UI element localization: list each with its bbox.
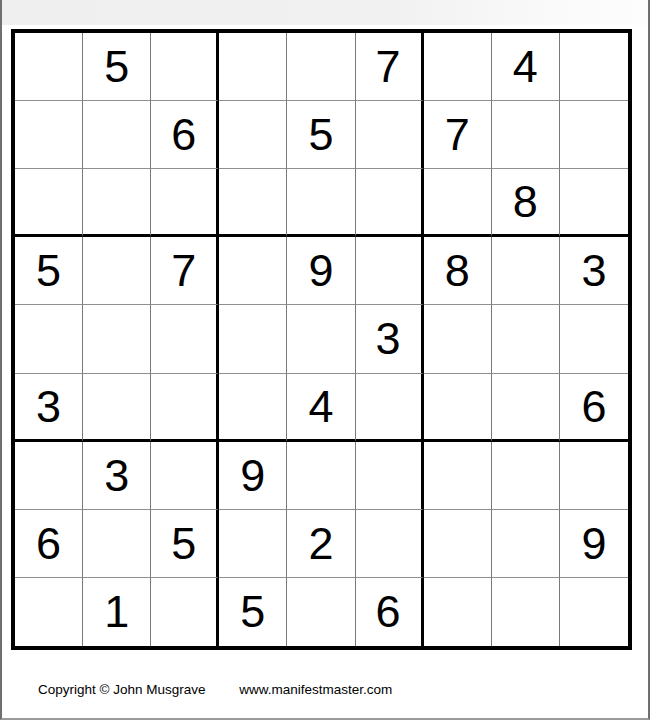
- cell-r4c6[interactable]: [356, 237, 424, 305]
- cell-r9c9[interactable]: [560, 578, 628, 646]
- cell-r4c3[interactable]: 7: [151, 237, 219, 305]
- cell-r2c1[interactable]: [15, 101, 83, 169]
- cell-r3c1[interactable]: [15, 169, 83, 237]
- cell-r1c6[interactable]: 7: [356, 33, 424, 101]
- cell-r1c9[interactable]: [560, 33, 628, 101]
- cell-r4c7[interactable]: 8: [424, 237, 492, 305]
- cell-r3c5[interactable]: [287, 169, 355, 237]
- cell-r6c9[interactable]: 6: [560, 374, 628, 442]
- cell-r8c8[interactable]: [492, 510, 560, 578]
- cell-r3c2[interactable]: [83, 169, 151, 237]
- cell-r3c9[interactable]: [560, 169, 628, 237]
- cell-r2c4[interactable]: [219, 101, 287, 169]
- cell-r7c5[interactable]: [287, 442, 355, 510]
- cell-r7c6[interactable]: [356, 442, 424, 510]
- cell-r2c5[interactable]: 5: [287, 101, 355, 169]
- cell-r4c8[interactable]: [492, 237, 560, 305]
- cell-r5c7[interactable]: [424, 305, 492, 373]
- cell-r3c6[interactable]: [356, 169, 424, 237]
- cell-r6c6[interactable]: [356, 374, 424, 442]
- cell-r3c3[interactable]: [151, 169, 219, 237]
- cell-r4c5[interactable]: 9: [287, 237, 355, 305]
- cell-r5c4[interactable]: [219, 305, 287, 373]
- cell-r1c4[interactable]: [219, 33, 287, 101]
- cell-r9c4[interactable]: 5: [219, 578, 287, 646]
- footer-copyright: Copyright © John Musgrave: [38, 682, 206, 697]
- cell-r4c4[interactable]: [219, 237, 287, 305]
- cell-r9c3[interactable]: [151, 578, 219, 646]
- cell-r2c2[interactable]: [83, 101, 151, 169]
- cell-r6c3[interactable]: [151, 374, 219, 442]
- cell-r9c6[interactable]: 6: [356, 578, 424, 646]
- cell-r6c5[interactable]: 4: [287, 374, 355, 442]
- cell-r8c7[interactable]: [424, 510, 492, 578]
- cell-r7c2[interactable]: 3: [83, 442, 151, 510]
- cell-r1c2[interactable]: 5: [83, 33, 151, 101]
- cell-r2c8[interactable]: [492, 101, 560, 169]
- cell-r6c8[interactable]: [492, 374, 560, 442]
- cell-r9c8[interactable]: [492, 578, 560, 646]
- cell-r5c1[interactable]: [15, 305, 83, 373]
- cell-r7c8[interactable]: [492, 442, 560, 510]
- cell-r1c3[interactable]: [151, 33, 219, 101]
- cell-r9c5[interactable]: [287, 578, 355, 646]
- cell-r6c4[interactable]: [219, 374, 287, 442]
- cell-r2c3[interactable]: 6: [151, 101, 219, 169]
- cell-r1c8[interactable]: 4: [492, 33, 560, 101]
- footer: Copyright © John Musgrave www.manifestma…: [38, 682, 392, 697]
- cell-r3c7[interactable]: [424, 169, 492, 237]
- cell-r8c4[interactable]: [219, 510, 287, 578]
- cell-r9c2[interactable]: 1: [83, 578, 151, 646]
- cell-r5c8[interactable]: [492, 305, 560, 373]
- cell-r6c2[interactable]: [83, 374, 151, 442]
- cell-r8c9[interactable]: 9: [560, 510, 628, 578]
- sudoku-page: 5746578579833346396529156 Copyright © Jo…: [0, 0, 650, 720]
- cell-r6c7[interactable]: [424, 374, 492, 442]
- cell-r1c1[interactable]: [15, 33, 83, 101]
- cell-r4c1[interactable]: 5: [15, 237, 83, 305]
- cell-r5c9[interactable]: [560, 305, 628, 373]
- cell-r1c7[interactable]: [424, 33, 492, 101]
- cell-r5c5[interactable]: [287, 305, 355, 373]
- cell-r4c2[interactable]: [83, 237, 151, 305]
- top-gradient-strip: [2, 0, 648, 25]
- cell-r6c1[interactable]: 3: [15, 374, 83, 442]
- cell-r9c1[interactable]: [15, 578, 83, 646]
- cell-r8c3[interactable]: 5: [151, 510, 219, 578]
- footer-website: www.manifestmaster.com: [239, 682, 392, 697]
- cell-r5c3[interactable]: [151, 305, 219, 373]
- cell-r8c2[interactable]: [83, 510, 151, 578]
- cell-r9c7[interactable]: [424, 578, 492, 646]
- cell-r2c6[interactable]: [356, 101, 424, 169]
- cell-r2c7[interactable]: 7: [424, 101, 492, 169]
- cell-r7c9[interactable]: [560, 442, 628, 510]
- sudoku-board: 5746578579833346396529156: [11, 29, 632, 650]
- cell-r7c1[interactable]: [15, 442, 83, 510]
- cell-r1c5[interactable]: [287, 33, 355, 101]
- cell-r7c4[interactable]: 9: [219, 442, 287, 510]
- cell-r2c9[interactable]: [560, 101, 628, 169]
- cell-r7c7[interactable]: [424, 442, 492, 510]
- cell-r4c9[interactable]: 3: [560, 237, 628, 305]
- cell-r3c8[interactable]: 8: [492, 169, 560, 237]
- cell-r8c6[interactable]: [356, 510, 424, 578]
- cell-r5c2[interactable]: [83, 305, 151, 373]
- cell-r8c1[interactable]: 6: [15, 510, 83, 578]
- cell-r8c5[interactable]: 2: [287, 510, 355, 578]
- cell-r7c3[interactable]: [151, 442, 219, 510]
- cell-r5c6[interactable]: 3: [356, 305, 424, 373]
- cell-r3c4[interactable]: [219, 169, 287, 237]
